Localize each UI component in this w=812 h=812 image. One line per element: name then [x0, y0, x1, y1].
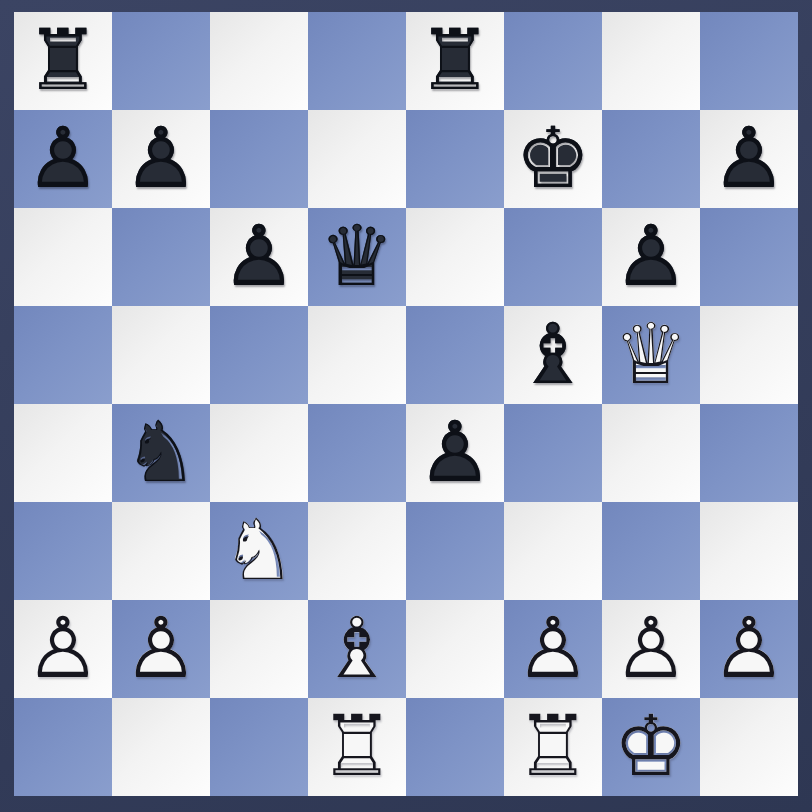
square-c2[interactable] [210, 600, 308, 698]
square-b6[interactable] [112, 208, 210, 306]
square-g1[interactable]: ♚♔ [602, 698, 700, 796]
white-pawn[interactable]: ♟♙ [112, 600, 210, 698]
white-rook[interactable]: ♜♖ [504, 698, 602, 796]
square-c4[interactable] [210, 404, 308, 502]
pawn-outline-icon: ♙ [504, 600, 602, 698]
square-f3[interactable] [504, 502, 602, 600]
pawn-outline-icon: ♙ [112, 110, 210, 208]
square-g8[interactable] [602, 12, 700, 110]
black-pawn[interactable]: ♟♙ [700, 110, 798, 208]
square-d4[interactable] [308, 404, 406, 502]
square-d1[interactable]: ♜♖ [308, 698, 406, 796]
white-bishop[interactable]: ♝♗ [308, 600, 406, 698]
square-a6[interactable] [14, 208, 112, 306]
king-outline-icon: ♔ [504, 110, 602, 208]
square-e3[interactable] [406, 502, 504, 600]
square-a4[interactable] [14, 404, 112, 502]
white-pawn[interactable]: ♟♙ [602, 600, 700, 698]
square-g5[interactable]: ♛♕ [602, 306, 700, 404]
knight-outline-icon: ♘ [210, 502, 308, 600]
square-g4[interactable] [602, 404, 700, 502]
black-knight[interactable]: ♞♘ [112, 404, 210, 502]
square-a1[interactable] [14, 698, 112, 796]
square-g6[interactable]: ♟♙ [602, 208, 700, 306]
square-g2[interactable]: ♟♙ [602, 600, 700, 698]
square-h1[interactable] [700, 698, 798, 796]
white-queen[interactable]: ♛♕ [602, 306, 700, 404]
chess-board: ♜♖♜♖♟♙♟♙♚♔♟♙♟♙♛♕♟♙♝♗♛♕♞♘♟♙♞♘♟♙♟♙♝♗♟♙♟♙♟♙… [14, 12, 798, 796]
white-pawn[interactable]: ♟♙ [700, 600, 798, 698]
knight-outline-icon: ♘ [112, 404, 210, 502]
square-a7[interactable]: ♟♙ [14, 110, 112, 208]
square-d3[interactable] [308, 502, 406, 600]
square-f2[interactable]: ♟♙ [504, 600, 602, 698]
square-b2[interactable]: ♟♙ [112, 600, 210, 698]
white-pawn[interactable]: ♟♙ [14, 600, 112, 698]
square-f6[interactable] [504, 208, 602, 306]
square-a2[interactable]: ♟♙ [14, 600, 112, 698]
square-d5[interactable] [308, 306, 406, 404]
white-pawn[interactable]: ♟♙ [504, 600, 602, 698]
square-d8[interactable] [308, 12, 406, 110]
square-e6[interactable] [406, 208, 504, 306]
square-b8[interactable] [112, 12, 210, 110]
square-b4[interactable]: ♞♘ [112, 404, 210, 502]
black-king[interactable]: ♚♔ [504, 110, 602, 208]
square-h6[interactable] [700, 208, 798, 306]
square-h5[interactable] [700, 306, 798, 404]
square-a8[interactable]: ♜♖ [14, 12, 112, 110]
black-queen[interactable]: ♛♕ [308, 208, 406, 306]
square-e7[interactable] [406, 110, 504, 208]
white-king[interactable]: ♚♔ [602, 698, 700, 796]
square-c6[interactable]: ♟♙ [210, 208, 308, 306]
square-h4[interactable] [700, 404, 798, 502]
rook-outline-icon: ♖ [406, 12, 504, 110]
square-f8[interactable] [504, 12, 602, 110]
bishop-outline-icon: ♗ [308, 600, 406, 698]
king-outline-icon: ♔ [602, 698, 700, 796]
black-pawn[interactable]: ♟♙ [602, 208, 700, 306]
black-pawn[interactable]: ♟♙ [406, 404, 504, 502]
square-g3[interactable] [602, 502, 700, 600]
pawn-outline-icon: ♙ [14, 110, 112, 208]
square-c1[interactable] [210, 698, 308, 796]
black-pawn[interactable]: ♟♙ [112, 110, 210, 208]
square-e4[interactable]: ♟♙ [406, 404, 504, 502]
square-d2[interactable]: ♝♗ [308, 600, 406, 698]
square-h7[interactable]: ♟♙ [700, 110, 798, 208]
square-c3[interactable]: ♞♘ [210, 502, 308, 600]
square-e2[interactable] [406, 600, 504, 698]
square-c8[interactable] [210, 12, 308, 110]
black-bishop[interactable]: ♝♗ [504, 306, 602, 404]
board-frame: ♜♖♜♖♟♙♟♙♚♔♟♙♟♙♛♕♟♙♝♗♛♕♞♘♟♙♞♘♟♙♟♙♝♗♟♙♟♙♟♙… [0, 0, 812, 812]
rook-outline-icon: ♖ [14, 12, 112, 110]
pawn-outline-icon: ♙ [700, 110, 798, 208]
square-a5[interactable] [14, 306, 112, 404]
square-b7[interactable]: ♟♙ [112, 110, 210, 208]
square-e8[interactable]: ♜♖ [406, 12, 504, 110]
black-pawn[interactable]: ♟♙ [14, 110, 112, 208]
queen-outline-icon: ♕ [602, 306, 700, 404]
square-f5[interactable]: ♝♗ [504, 306, 602, 404]
square-d6[interactable]: ♛♕ [308, 208, 406, 306]
pawn-outline-icon: ♙ [14, 600, 112, 698]
square-e5[interactable] [406, 306, 504, 404]
square-b3[interactable] [112, 502, 210, 600]
pawn-outline-icon: ♙ [406, 404, 504, 502]
square-h8[interactable] [700, 12, 798, 110]
pawn-outline-icon: ♙ [112, 600, 210, 698]
white-rook[interactable]: ♜♖ [308, 698, 406, 796]
square-h2[interactable]: ♟♙ [700, 600, 798, 698]
black-rook[interactable]: ♜♖ [14, 12, 112, 110]
square-f4[interactable] [504, 404, 602, 502]
square-d7[interactable] [308, 110, 406, 208]
square-e1[interactable] [406, 698, 504, 796]
pawn-outline-icon: ♙ [210, 208, 308, 306]
square-h3[interactable] [700, 502, 798, 600]
square-g7[interactable] [602, 110, 700, 208]
bishop-outline-icon: ♗ [504, 306, 602, 404]
rook-outline-icon: ♖ [308, 698, 406, 796]
square-f7[interactable]: ♚♔ [504, 110, 602, 208]
rook-outline-icon: ♖ [504, 698, 602, 796]
square-b5[interactable] [112, 306, 210, 404]
black-rook[interactable]: ♜♖ [406, 12, 504, 110]
square-a3[interactable] [14, 502, 112, 600]
queen-outline-icon: ♕ [308, 208, 406, 306]
black-pawn[interactable]: ♟♙ [210, 208, 308, 306]
pawn-outline-icon: ♙ [602, 600, 700, 698]
pawn-outline-icon: ♙ [700, 600, 798, 698]
square-b1[interactable] [112, 698, 210, 796]
pawn-outline-icon: ♙ [602, 208, 700, 306]
square-c7[interactable] [210, 110, 308, 208]
white-knight[interactable]: ♞♘ [210, 502, 308, 600]
square-c5[interactable] [210, 306, 308, 404]
square-f1[interactable]: ♜♖ [504, 698, 602, 796]
